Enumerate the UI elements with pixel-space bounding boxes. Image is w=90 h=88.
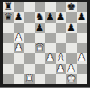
square-h1[interactable] (77, 74, 88, 84)
square-h2[interactable] (77, 64, 88, 74)
square-c5[interactable] (24, 33, 35, 43)
square-e7[interactable]: ♟ (45, 12, 56, 22)
piece-white-king-g1[interactable]: ♚ (67, 74, 76, 84)
square-b6[interactable] (14, 23, 25, 33)
piece-black-king-g8[interactable]: ♚ (67, 2, 76, 12)
square-f3[interactable]: ♝ (56, 53, 67, 63)
piece-white-bishop-f3[interactable]: ♝ (56, 53, 65, 63)
square-c8[interactable] (24, 2, 35, 12)
square-h8[interactable] (77, 2, 88, 12)
square-a7[interactable]: ♛ (3, 12, 14, 22)
square-b7[interactable]: ♟ (14, 12, 25, 22)
square-h7[interactable]: ♟ (77, 12, 88, 22)
piece-black-pawn-f7[interactable]: ♟ (56, 12, 65, 22)
square-g4[interactable] (66, 43, 77, 53)
square-h5[interactable] (77, 33, 88, 43)
square-b4[interactable]: ♟ (14, 43, 25, 53)
square-f5[interactable] (56, 33, 67, 43)
square-d6[interactable]: ♟ (35, 23, 46, 33)
square-d2[interactable] (35, 64, 46, 74)
square-e4[interactable] (45, 43, 56, 53)
square-f1[interactable] (56, 74, 67, 84)
square-b2[interactable] (14, 64, 25, 74)
square-h4[interactable] (77, 43, 88, 53)
square-a5[interactable] (3, 33, 14, 43)
square-f4[interactable] (56, 43, 67, 53)
square-c7[interactable] (24, 12, 35, 22)
square-d1[interactable] (35, 74, 46, 84)
square-e8[interactable] (45, 2, 56, 12)
piece-black-pawn-d6[interactable]: ♟ (35, 23, 44, 33)
square-d7[interactable]: ♞ (35, 12, 46, 22)
square-h6[interactable] (77, 23, 88, 33)
piece-black-queen-a7[interactable]: ♛ (4, 12, 13, 22)
square-g3[interactable] (66, 53, 77, 63)
square-d4[interactable]: ♛ (35, 43, 46, 53)
square-d5[interactable] (35, 33, 46, 43)
chess-diagram: ♜♚♛♟♞♟♟♟♟♟♟♟♛♟♝♟♟♟♜♚ (0, 0, 90, 88)
square-g6[interactable]: ♟ (66, 23, 77, 33)
piece-white-rook-c1[interactable]: ♜ (25, 74, 34, 84)
piece-white-pawn-b5[interactable]: ♟ (14, 33, 23, 43)
square-b1[interactable] (14, 74, 25, 84)
square-b3[interactable] (14, 53, 25, 63)
piece-white-pawn-g2[interactable]: ♟ (67, 64, 76, 74)
square-g8[interactable]: ♚ (66, 2, 77, 12)
square-c3[interactable] (24, 53, 35, 63)
square-e6[interactable] (45, 23, 56, 33)
square-d3[interactable] (35, 53, 46, 63)
square-f2[interactable]: ♟ (56, 64, 67, 74)
square-a4[interactable] (3, 43, 14, 53)
square-g5[interactable] (66, 33, 77, 43)
square-f6[interactable] (56, 23, 67, 33)
square-c6[interactable] (24, 23, 35, 33)
square-d8[interactable] (35, 2, 46, 12)
board-frame: ♜♚♛♟♞♟♟♟♟♟♟♟♛♟♝♟♟♟♜♚ (0, 0, 90, 88)
square-a6[interactable] (3, 23, 14, 33)
square-g2[interactable]: ♟ (66, 64, 77, 74)
piece-black-pawn-h7[interactable]: ♟ (77, 12, 86, 22)
piece-white-pawn-h3[interactable]: ♟ (77, 53, 86, 63)
square-c2[interactable] (24, 64, 35, 74)
square-b8[interactable] (14, 2, 25, 12)
square-a1[interactable] (3, 74, 14, 84)
square-a2[interactable] (3, 64, 14, 74)
piece-white-pawn-e3[interactable]: ♟ (46, 53, 55, 63)
piece-white-pawn-f2[interactable]: ♟ (56, 64, 65, 74)
piece-black-knight-d7[interactable]: ♞ (35, 12, 44, 22)
square-a8[interactable]: ♜ (3, 2, 14, 12)
square-f8[interactable] (56, 2, 67, 12)
piece-black-pawn-b7[interactable]: ♟ (14, 12, 23, 22)
piece-black-pawn-e7[interactable]: ♟ (46, 12, 55, 22)
square-h3[interactable]: ♟ (77, 53, 88, 63)
square-e3[interactable]: ♟ (45, 53, 56, 63)
piece-black-pawn-g6[interactable]: ♟ (67, 23, 76, 33)
square-b5[interactable]: ♟ (14, 33, 25, 43)
piece-black-rook-a8[interactable]: ♜ (4, 2, 13, 12)
piece-white-pawn-b4[interactable]: ♟ (14, 43, 23, 53)
piece-white-queen-d4[interactable]: ♛ (35, 43, 44, 53)
square-c1[interactable]: ♜ (24, 74, 35, 84)
square-e1[interactable] (45, 74, 56, 84)
square-e5[interactable] (45, 33, 56, 43)
square-e2[interactable] (45, 64, 56, 74)
square-f7[interactable]: ♟ (56, 12, 67, 22)
square-a3[interactable] (3, 53, 14, 63)
square-c4[interactable] (24, 43, 35, 53)
chess-board[interactable]: ♜♚♛♟♞♟♟♟♟♟♟♟♛♟♝♟♟♟♜♚ (3, 2, 87, 84)
square-g1[interactable]: ♚ (66, 74, 77, 84)
square-g7[interactable] (66, 12, 77, 22)
